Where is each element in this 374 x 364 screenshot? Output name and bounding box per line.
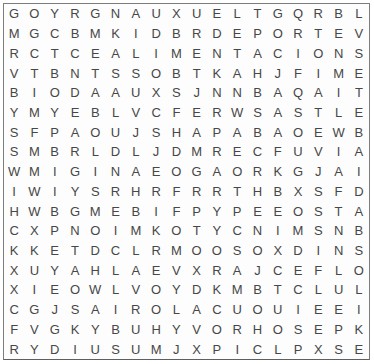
grid-cell[interactable]: I bbox=[328, 142, 348, 162]
grid-cell[interactable]: S bbox=[227, 241, 247, 261]
grid-cell[interactable]: S bbox=[328, 339, 348, 359]
grid-cell[interactable]: W bbox=[4, 162, 24, 182]
grid-cell[interactable]: Y bbox=[85, 320, 105, 340]
grid-cell[interactable]: S bbox=[126, 63, 146, 83]
grid-cell[interactable]: U bbox=[328, 280, 348, 300]
grid-cell[interactable]: C bbox=[4, 221, 24, 241]
grid-cell[interactable]: D bbox=[45, 339, 65, 359]
grid-cell[interactable]: Q bbox=[288, 83, 308, 103]
grid-cell[interactable]: B bbox=[268, 181, 288, 201]
grid-cell[interactable]: Y bbox=[166, 280, 186, 300]
grid-cell[interactable]: S bbox=[308, 201, 328, 221]
grid-cell[interactable]: B bbox=[328, 4, 348, 24]
grid-cell[interactable]: O bbox=[24, 4, 44, 24]
grid-cell[interactable]: W bbox=[328, 122, 348, 142]
grid-cell[interactable]: T bbox=[268, 280, 288, 300]
grid-cell[interactable]: F bbox=[166, 181, 186, 201]
grid-cell[interactable]: I bbox=[126, 24, 146, 44]
grid-cell[interactable]: A bbox=[126, 162, 146, 182]
grid-cell[interactable]: A bbox=[308, 83, 328, 103]
grid-cell[interactable]: C bbox=[268, 43, 288, 63]
grid-cell[interactable]: U bbox=[105, 122, 125, 142]
grid-cell[interactable]: E bbox=[308, 122, 328, 142]
grid-cell[interactable]: S bbox=[288, 320, 308, 340]
grid-cell[interactable]: R bbox=[65, 142, 85, 162]
grid-cell[interactable]: O bbox=[45, 83, 65, 103]
grid-cell[interactable]: E bbox=[146, 260, 166, 280]
grid-cell[interactable]: K bbox=[24, 241, 44, 261]
grid-cell[interactable]: C bbox=[268, 260, 288, 280]
grid-cell[interactable]: H bbox=[146, 320, 166, 340]
grid-cell[interactable]: K bbox=[146, 221, 166, 241]
grid-cell[interactable]: Y bbox=[45, 260, 65, 280]
grid-cell[interactable]: V bbox=[4, 63, 24, 83]
grid-cell[interactable]: A bbox=[328, 162, 348, 182]
grid-cell[interactable]: E bbox=[45, 241, 65, 261]
grid-cell[interactable]: J bbox=[166, 339, 186, 359]
grid-cell[interactable]: O bbox=[288, 201, 308, 221]
grid-cell[interactable]: O bbox=[288, 122, 308, 142]
grid-cell[interactable]: M bbox=[24, 103, 44, 123]
grid-cell[interactable]: X bbox=[166, 4, 186, 24]
grid-cell[interactable]: F bbox=[328, 181, 348, 201]
grid-cell[interactable]: S bbox=[247, 103, 267, 123]
grid-cell[interactable]: E bbox=[45, 280, 65, 300]
grid-cell[interactable]: A bbox=[126, 260, 146, 280]
grid-cell[interactable]: H bbox=[247, 181, 267, 201]
grid-cell[interactable]: K bbox=[268, 162, 288, 182]
grid-cell[interactable]: B bbox=[247, 122, 267, 142]
grid-cell[interactable]: B bbox=[65, 24, 85, 44]
grid-cell[interactable]: C bbox=[45, 24, 65, 44]
grid-cell[interactable]: E bbox=[308, 320, 328, 340]
grid-cell[interactable]: R bbox=[207, 260, 227, 280]
grid-cell[interactable]: O bbox=[349, 260, 369, 280]
grid-cell[interactable]: A bbox=[126, 4, 146, 24]
grid-cell[interactable]: S bbox=[4, 122, 24, 142]
grid-cell[interactable]: V bbox=[24, 320, 44, 340]
grid-cell[interactable]: B bbox=[45, 142, 65, 162]
grid-cell[interactable]: I bbox=[105, 221, 125, 241]
grid-cell[interactable]: E bbox=[247, 201, 267, 221]
grid-cell[interactable]: E bbox=[187, 43, 207, 63]
grid-cell[interactable]: J bbox=[126, 122, 146, 142]
grid-cell[interactable]: I bbox=[146, 43, 166, 63]
grid-cell[interactable]: K bbox=[105, 24, 125, 44]
grid-cell[interactable]: I bbox=[45, 162, 65, 182]
grid-cell[interactable]: T bbox=[349, 83, 369, 103]
grid-cell[interactable]: M bbox=[85, 201, 105, 221]
grid-cell[interactable]: A bbox=[85, 300, 105, 320]
grid-cell[interactable]: A bbox=[247, 43, 267, 63]
grid-cell[interactable]: R bbox=[146, 241, 166, 261]
grid-cell[interactable]: K bbox=[349, 320, 369, 340]
grid-cell[interactable]: D bbox=[166, 142, 186, 162]
grid-cell[interactable]: L bbox=[105, 103, 125, 123]
grid-cell[interactable]: N bbox=[65, 63, 85, 83]
grid-cell[interactable]: Y bbox=[24, 339, 44, 359]
grid-cell[interactable]: L bbox=[105, 280, 125, 300]
grid-cell[interactable]: R bbox=[207, 181, 227, 201]
grid-cell[interactable]: N bbox=[207, 43, 227, 63]
grid-cell[interactable]: F bbox=[166, 103, 186, 123]
grid-cell[interactable]: T bbox=[187, 63, 207, 83]
grid-cell[interactable]: J bbox=[308, 162, 328, 182]
grid-cell[interactable]: I bbox=[227, 339, 247, 359]
grid-cell[interactable]: R bbox=[65, 4, 85, 24]
grid-cell[interactable]: I bbox=[288, 43, 308, 63]
grid-cell[interactable]: E bbox=[65, 103, 85, 123]
grid-cell[interactable]: N bbox=[105, 162, 125, 182]
grid-cell[interactable]: N bbox=[247, 221, 267, 241]
grid-cell[interactable]: K bbox=[207, 280, 227, 300]
grid-cell[interactable]: I bbox=[85, 162, 105, 182]
grid-cell[interactable]: X bbox=[308, 339, 328, 359]
grid-cell[interactable]: G bbox=[187, 162, 207, 182]
grid-cell[interactable]: S bbox=[308, 181, 328, 201]
grid-cell[interactable]: E bbox=[328, 300, 348, 320]
grid-cell[interactable]: A bbox=[268, 122, 288, 142]
grid-cell[interactable]: C bbox=[24, 43, 44, 63]
grid-cell[interactable]: M bbox=[126, 221, 146, 241]
grid-cell[interactable]: L bbox=[126, 241, 146, 261]
grid-cell[interactable]: T bbox=[227, 43, 247, 63]
grid-cell[interactable]: P bbox=[187, 201, 207, 221]
grid-cell[interactable]: S bbox=[349, 43, 369, 63]
grid-cell[interactable]: M bbox=[85, 24, 105, 44]
grid-cell[interactable]: S bbox=[349, 241, 369, 261]
grid-cell[interactable]: X bbox=[4, 280, 24, 300]
grid-cell[interactable]: S bbox=[166, 83, 186, 103]
grid-cell[interactable]: A bbox=[65, 260, 85, 280]
grid-cell[interactable]: S bbox=[288, 103, 308, 123]
grid-cell[interactable]: X bbox=[268, 241, 288, 261]
grid-cell[interactable]: E bbox=[308, 300, 328, 320]
grid-cell[interactable]: G bbox=[85, 4, 105, 24]
grid-cell[interactable]: V bbox=[349, 24, 369, 44]
grid-cell[interactable]: B bbox=[45, 201, 65, 221]
grid-cell[interactable]: F bbox=[4, 320, 24, 340]
grid-cell[interactable]: L bbox=[227, 4, 247, 24]
grid-cell[interactable]: I bbox=[105, 300, 125, 320]
grid-cell[interactable]: X bbox=[187, 260, 207, 280]
grid-cell[interactable]: T bbox=[308, 24, 328, 44]
grid-cell[interactable]: M bbox=[288, 221, 308, 241]
grid-cell[interactable]: P bbox=[207, 122, 227, 142]
grid-cell[interactable]: E bbox=[268, 201, 288, 221]
grid-cell[interactable]: X bbox=[146, 83, 166, 103]
grid-cell[interactable]: B bbox=[85, 103, 105, 123]
grid-cell[interactable]: W bbox=[24, 201, 44, 221]
grid-cell[interactable]: O bbox=[85, 122, 105, 142]
grid-cell[interactable]: N bbox=[328, 241, 348, 261]
grid-cell[interactable]: M bbox=[187, 142, 207, 162]
grid-cell[interactable]: S bbox=[65, 300, 85, 320]
grid-cell[interactable]: H bbox=[85, 260, 105, 280]
grid-cell[interactable]: P bbox=[227, 201, 247, 221]
grid-cell[interactable]: H bbox=[166, 122, 186, 142]
grid-cell[interactable]: G bbox=[288, 162, 308, 182]
grid-cell[interactable]: T bbox=[247, 4, 267, 24]
grid-cell[interactable]: D bbox=[187, 280, 207, 300]
grid-cell[interactable]: P bbox=[207, 339, 227, 359]
grid-cell[interactable]: E bbox=[288, 260, 308, 280]
grid-cell[interactable]: D bbox=[85, 241, 105, 261]
grid-cell[interactable]: H bbox=[247, 320, 267, 340]
grid-cell[interactable]: E bbox=[328, 24, 348, 44]
grid-cell[interactable]: M bbox=[146, 339, 166, 359]
grid-cell[interactable]: A bbox=[349, 201, 369, 221]
grid-cell[interactable]: P bbox=[247, 24, 267, 44]
grid-cell[interactable]: L bbox=[105, 260, 125, 280]
grid-cell[interactable]: I bbox=[65, 339, 85, 359]
grid-cell[interactable]: I bbox=[308, 241, 328, 261]
grid-cell[interactable]: O bbox=[85, 221, 105, 241]
grid-cell[interactable]: O bbox=[146, 63, 166, 83]
grid-cell[interactable]: A bbox=[105, 83, 125, 103]
grid-cell[interactable]: E bbox=[227, 142, 247, 162]
grid-cell[interactable]: R bbox=[227, 320, 247, 340]
grid-cell[interactable]: J bbox=[268, 63, 288, 83]
grid-cell[interactable]: N bbox=[227, 83, 247, 103]
grid-cell[interactable]: T bbox=[45, 43, 65, 63]
grid-cell[interactable]: Y bbox=[45, 103, 65, 123]
grid-cell[interactable]: A bbox=[268, 83, 288, 103]
grid-cell[interactable]: L bbox=[349, 4, 369, 24]
grid-cell[interactable]: I bbox=[328, 83, 348, 103]
grid-cell[interactable]: I bbox=[349, 162, 369, 182]
grid-cell[interactable]: V bbox=[308, 142, 328, 162]
grid-cell[interactable]: U bbox=[126, 83, 146, 103]
grid-cell[interactable]: T bbox=[24, 63, 44, 83]
grid-cell[interactable]: O bbox=[65, 280, 85, 300]
grid-cell[interactable]: P bbox=[288, 339, 308, 359]
grid-cell[interactable]: Y bbox=[65, 181, 85, 201]
grid-cell[interactable]: X bbox=[288, 181, 308, 201]
grid-cell[interactable]: O bbox=[227, 162, 247, 182]
grid-cell[interactable]: G bbox=[65, 201, 85, 221]
grid-cell[interactable]: V bbox=[166, 260, 186, 280]
grid-cell[interactable]: I bbox=[146, 201, 166, 221]
grid-cell[interactable]: N bbox=[328, 221, 348, 241]
grid-cell[interactable]: U bbox=[126, 320, 146, 340]
grid-cell[interactable]: K bbox=[4, 241, 24, 261]
grid-cell[interactable]: F bbox=[268, 142, 288, 162]
grid-cell[interactable]: M bbox=[328, 63, 348, 83]
grid-cell[interactable]: R bbox=[187, 24, 207, 44]
grid-cell[interactable]: U bbox=[187, 4, 207, 24]
grid-cell[interactable]: U bbox=[85, 339, 105, 359]
grid-cell[interactable]: R bbox=[146, 181, 166, 201]
grid-cell[interactable]: B bbox=[105, 320, 125, 340]
grid-cell[interactable]: H bbox=[126, 181, 146, 201]
grid-cell[interactable]: D bbox=[349, 181, 369, 201]
grid-cell[interactable]: L bbox=[328, 103, 348, 123]
grid-cell[interactable]: L bbox=[126, 43, 146, 63]
grid-cell[interactable]: O bbox=[207, 320, 227, 340]
grid-cell[interactable]: I bbox=[24, 83, 44, 103]
grid-cell[interactable]: O bbox=[146, 300, 166, 320]
grid-cell[interactable]: U bbox=[288, 142, 308, 162]
grid-cell[interactable]: S bbox=[105, 339, 125, 359]
grid-cell[interactable]: S bbox=[146, 122, 166, 142]
grid-cell[interactable]: P bbox=[328, 320, 348, 340]
grid-cell[interactable]: S bbox=[105, 63, 125, 83]
grid-cell[interactable]: I bbox=[349, 300, 369, 320]
grid-cell[interactable]: G bbox=[45, 320, 65, 340]
grid-cell[interactable]: O bbox=[268, 320, 288, 340]
grid-cell[interactable]: A bbox=[105, 43, 125, 63]
grid-cell[interactable]: E bbox=[349, 103, 369, 123]
grid-cell[interactable]: M bbox=[24, 142, 44, 162]
grid-cell[interactable]: O bbox=[268, 24, 288, 44]
grid-cell[interactable]: N bbox=[328, 43, 348, 63]
grid-cell[interactable]: F bbox=[24, 122, 44, 142]
grid-cell[interactable]: I bbox=[268, 221, 288, 241]
grid-cell[interactable]: R bbox=[207, 103, 227, 123]
grid-cell[interactable]: D bbox=[105, 142, 125, 162]
grid-cell[interactable]: A bbox=[349, 142, 369, 162]
grid-cell[interactable]: E bbox=[85, 43, 105, 63]
grid-cell[interactable]: A bbox=[207, 162, 227, 182]
grid-cell[interactable]: O bbox=[207, 241, 227, 261]
grid-cell[interactable]: P bbox=[45, 122, 65, 142]
grid-cell[interactable]: A bbox=[85, 83, 105, 103]
grid-cell[interactable]: V bbox=[126, 280, 146, 300]
grid-cell[interactable]: E bbox=[349, 63, 369, 83]
grid-cell[interactable]: S bbox=[4, 142, 24, 162]
grid-cell[interactable]: K bbox=[207, 63, 227, 83]
grid-cell[interactable]: T bbox=[308, 103, 328, 123]
grid-cell[interactable]: A bbox=[227, 260, 247, 280]
grid-cell[interactable]: A bbox=[227, 122, 247, 142]
grid-cell[interactable]: O bbox=[166, 221, 186, 241]
grid-cell[interactable]: C bbox=[65, 43, 85, 63]
grid-cell[interactable]: W bbox=[227, 103, 247, 123]
grid-cell[interactable]: X bbox=[24, 221, 44, 241]
grid-cell[interactable]: N bbox=[105, 4, 125, 24]
grid-cell[interactable]: V bbox=[187, 320, 207, 340]
grid-cell[interactable]: A bbox=[227, 63, 247, 83]
grid-cell[interactable]: B bbox=[247, 280, 267, 300]
grid-cell[interactable]: U bbox=[146, 4, 166, 24]
grid-cell[interactable]: P bbox=[45, 221, 65, 241]
grid-cell[interactable]: L bbox=[328, 260, 348, 280]
grid-cell[interactable]: I bbox=[288, 300, 308, 320]
grid-cell[interactable]: E bbox=[207, 4, 227, 24]
grid-cell[interactable]: T bbox=[187, 221, 207, 241]
grid-cell[interactable]: C bbox=[247, 142, 267, 162]
grid-cell[interactable]: O bbox=[247, 241, 267, 261]
grid-cell[interactable]: A bbox=[65, 122, 85, 142]
grid-cell[interactable]: J bbox=[247, 260, 267, 280]
grid-cell[interactable]: W bbox=[85, 280, 105, 300]
grid-cell[interactable]: B bbox=[247, 83, 267, 103]
grid-cell[interactable]: Y bbox=[4, 103, 24, 123]
grid-cell[interactable]: X bbox=[4, 260, 24, 280]
grid-cell[interactable]: R bbox=[105, 181, 125, 201]
grid-cell[interactable]: D bbox=[146, 24, 166, 44]
grid-cell[interactable]: G bbox=[65, 162, 85, 182]
grid-cell[interactable]: A bbox=[187, 300, 207, 320]
grid-cell[interactable]: R bbox=[187, 181, 207, 201]
grid-cell[interactable]: B bbox=[166, 24, 186, 44]
grid-cell[interactable]: C bbox=[247, 339, 267, 359]
grid-cell[interactable]: U bbox=[227, 300, 247, 320]
grid-cell[interactable]: S bbox=[308, 221, 328, 241]
grid-cell[interactable]: V bbox=[126, 103, 146, 123]
grid-cell[interactable]: L bbox=[268, 339, 288, 359]
grid-cell[interactable]: T bbox=[85, 63, 105, 83]
grid-cell[interactable]: M bbox=[4, 24, 24, 44]
grid-cell[interactable]: F bbox=[166, 201, 186, 221]
grid-cell[interactable]: B bbox=[126, 201, 146, 221]
grid-cell[interactable]: Y bbox=[207, 221, 227, 241]
grid-cell[interactable]: L bbox=[166, 300, 186, 320]
grid-cell[interactable]: L bbox=[85, 142, 105, 162]
grid-cell[interactable]: B bbox=[349, 122, 369, 142]
grid-cell[interactable]: Q bbox=[288, 4, 308, 24]
grid-cell[interactable]: E bbox=[146, 162, 166, 182]
grid-cell[interactable]: J bbox=[146, 142, 166, 162]
grid-cell[interactable]: T bbox=[328, 201, 348, 221]
grid-cell[interactable]: E bbox=[105, 201, 125, 221]
grid-cell[interactable]: O bbox=[166, 162, 186, 182]
grid-cell[interactable]: U bbox=[126, 339, 146, 359]
grid-cell[interactable]: B bbox=[4, 83, 24, 103]
grid-cell[interactable]: M bbox=[166, 43, 186, 63]
grid-cell[interactable]: C bbox=[227, 221, 247, 241]
grid-cell[interactable]: R bbox=[207, 142, 227, 162]
grid-cell[interactable]: L bbox=[308, 280, 328, 300]
grid-cell[interactable]: E bbox=[349, 339, 369, 359]
grid-cell[interactable]: R bbox=[247, 162, 267, 182]
grid-cell[interactable]: O bbox=[146, 280, 166, 300]
grid-cell[interactable]: M bbox=[24, 162, 44, 182]
grid-cell[interactable]: I bbox=[4, 181, 24, 201]
grid-cell[interactable]: B bbox=[166, 63, 186, 83]
grid-cell[interactable]: U bbox=[24, 260, 44, 280]
grid-cell[interactable]: T bbox=[227, 181, 247, 201]
grid-cell[interactable]: G bbox=[268, 4, 288, 24]
grid-cell[interactable]: G bbox=[4, 4, 24, 24]
grid-cell[interactable]: O bbox=[308, 43, 328, 63]
grid-cell[interactable]: B bbox=[45, 63, 65, 83]
grid-cell[interactable]: O bbox=[187, 241, 207, 261]
grid-cell[interactable]: C bbox=[105, 241, 125, 261]
grid-cell[interactable]: D bbox=[65, 83, 85, 103]
grid-cell[interactable]: A bbox=[187, 122, 207, 142]
grid-cell[interactable]: D bbox=[207, 24, 227, 44]
grid-cell[interactable]: C bbox=[288, 280, 308, 300]
grid-cell[interactable]: L bbox=[126, 142, 146, 162]
grid-cell[interactable]: C bbox=[207, 300, 227, 320]
grid-cell[interactable]: X bbox=[187, 339, 207, 359]
grid-cell[interactable]: K bbox=[65, 320, 85, 340]
grid-cell[interactable]: M bbox=[227, 280, 247, 300]
grid-cell[interactable]: N bbox=[65, 221, 85, 241]
grid-cell[interactable]: F bbox=[308, 260, 328, 280]
grid-cell[interactable]: E bbox=[227, 24, 247, 44]
grid-cell[interactable]: R bbox=[308, 4, 328, 24]
grid-cell[interactable]: B bbox=[349, 221, 369, 241]
grid-cell[interactable]: F bbox=[288, 63, 308, 83]
grid-cell[interactable]: E bbox=[187, 103, 207, 123]
grid-cell[interactable]: R bbox=[126, 300, 146, 320]
grid-cell[interactable]: Y bbox=[45, 4, 65, 24]
grid-cell[interactable]: J bbox=[45, 300, 65, 320]
grid-cell[interactable]: M bbox=[166, 241, 186, 261]
